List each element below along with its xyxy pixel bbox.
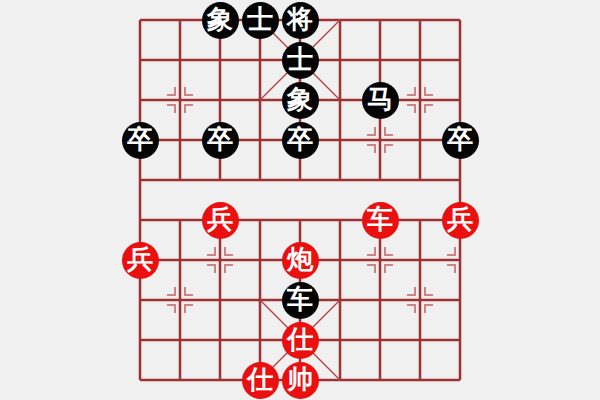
piece-black-horse[interactable]: 马 (362, 82, 399, 119)
piece-red-cannon[interactable]: 炮 (282, 242, 319, 279)
piece-glyph: 象 (207, 6, 233, 32)
piece-red-soldier[interactable]: 兵 (442, 202, 479, 239)
piece-glyph: 仕 (287, 326, 313, 352)
point-marker (185, 105, 193, 113)
point-marker (385, 145, 393, 153)
point-marker (407, 87, 415, 95)
point-marker (385, 127, 393, 135)
point-marker (425, 305, 433, 313)
point-marker (367, 265, 375, 273)
point-marker (207, 247, 215, 255)
piece-glyph: 兵 (207, 206, 233, 232)
piece-black-chariot[interactable]: 车 (282, 282, 319, 319)
piece-black-elephant[interactable]: 象 (202, 2, 239, 39)
point-marker (367, 247, 375, 255)
xiangqi-app: 象士将士象马卒卒卒卒兵车兵兵炮车仕仕帅 (0, 0, 600, 400)
piece-black-soldier[interactable]: 卒 (442, 122, 479, 159)
point-marker (185, 287, 193, 295)
point-marker (407, 287, 415, 295)
piece-glyph: 卒 (287, 126, 313, 152)
point-marker (385, 265, 393, 273)
piece-glyph: 卒 (447, 126, 473, 152)
point-marker (425, 105, 433, 113)
point-marker (167, 87, 175, 95)
point-marker (167, 287, 175, 295)
piece-glyph: 卒 (127, 126, 153, 152)
piece-black-soldier[interactable]: 卒 (202, 122, 239, 159)
piece-red-general[interactable]: 帅 (282, 362, 319, 399)
piece-glyph: 车 (287, 286, 313, 312)
point-marker (425, 87, 433, 95)
point-marker (367, 127, 375, 135)
piece-glyph: 兵 (447, 206, 473, 232)
piece-red-chariot[interactable]: 车 (362, 202, 399, 239)
piece-glyph: 帅 (287, 366, 313, 392)
point-marker (167, 105, 175, 113)
point-marker (407, 305, 415, 313)
piece-glyph: 车 (367, 206, 393, 232)
piece-glyph: 士 (287, 46, 313, 72)
point-marker (167, 305, 175, 313)
point-marker (407, 105, 415, 113)
piece-red-soldier[interactable]: 兵 (122, 242, 159, 279)
piece-glyph: 卒 (207, 126, 233, 152)
piece-black-elephant[interactable]: 象 (282, 82, 319, 119)
point-marker (425, 287, 433, 295)
piece-red-advisor[interactable]: 仕 (242, 362, 279, 399)
point-marker (225, 265, 233, 273)
point-marker (185, 87, 193, 95)
point-marker (385, 247, 393, 255)
point-marker (367, 145, 375, 153)
piece-glyph: 士 (247, 6, 273, 32)
point-marker (447, 265, 455, 273)
point-marker (207, 265, 215, 273)
piece-red-soldier[interactable]: 兵 (202, 202, 239, 239)
piece-black-advisor[interactable]: 士 (242, 2, 279, 39)
piece-black-soldier[interactable]: 卒 (122, 122, 159, 159)
piece-glyph: 将 (287, 6, 313, 32)
point-marker (185, 305, 193, 313)
piece-red-advisor[interactable]: 仕 (282, 322, 319, 359)
piece-glyph: 炮 (287, 246, 313, 272)
piece-glyph: 马 (367, 86, 393, 112)
piece-glyph: 仕 (247, 366, 273, 392)
piece-black-soldier[interactable]: 卒 (282, 122, 319, 159)
point-marker (447, 247, 455, 255)
piece-glyph: 兵 (127, 246, 153, 272)
piece-glyph: 象 (287, 86, 313, 112)
point-marker (225, 247, 233, 255)
piece-black-general[interactable]: 将 (282, 2, 319, 39)
piece-black-advisor[interactable]: 士 (282, 42, 319, 79)
